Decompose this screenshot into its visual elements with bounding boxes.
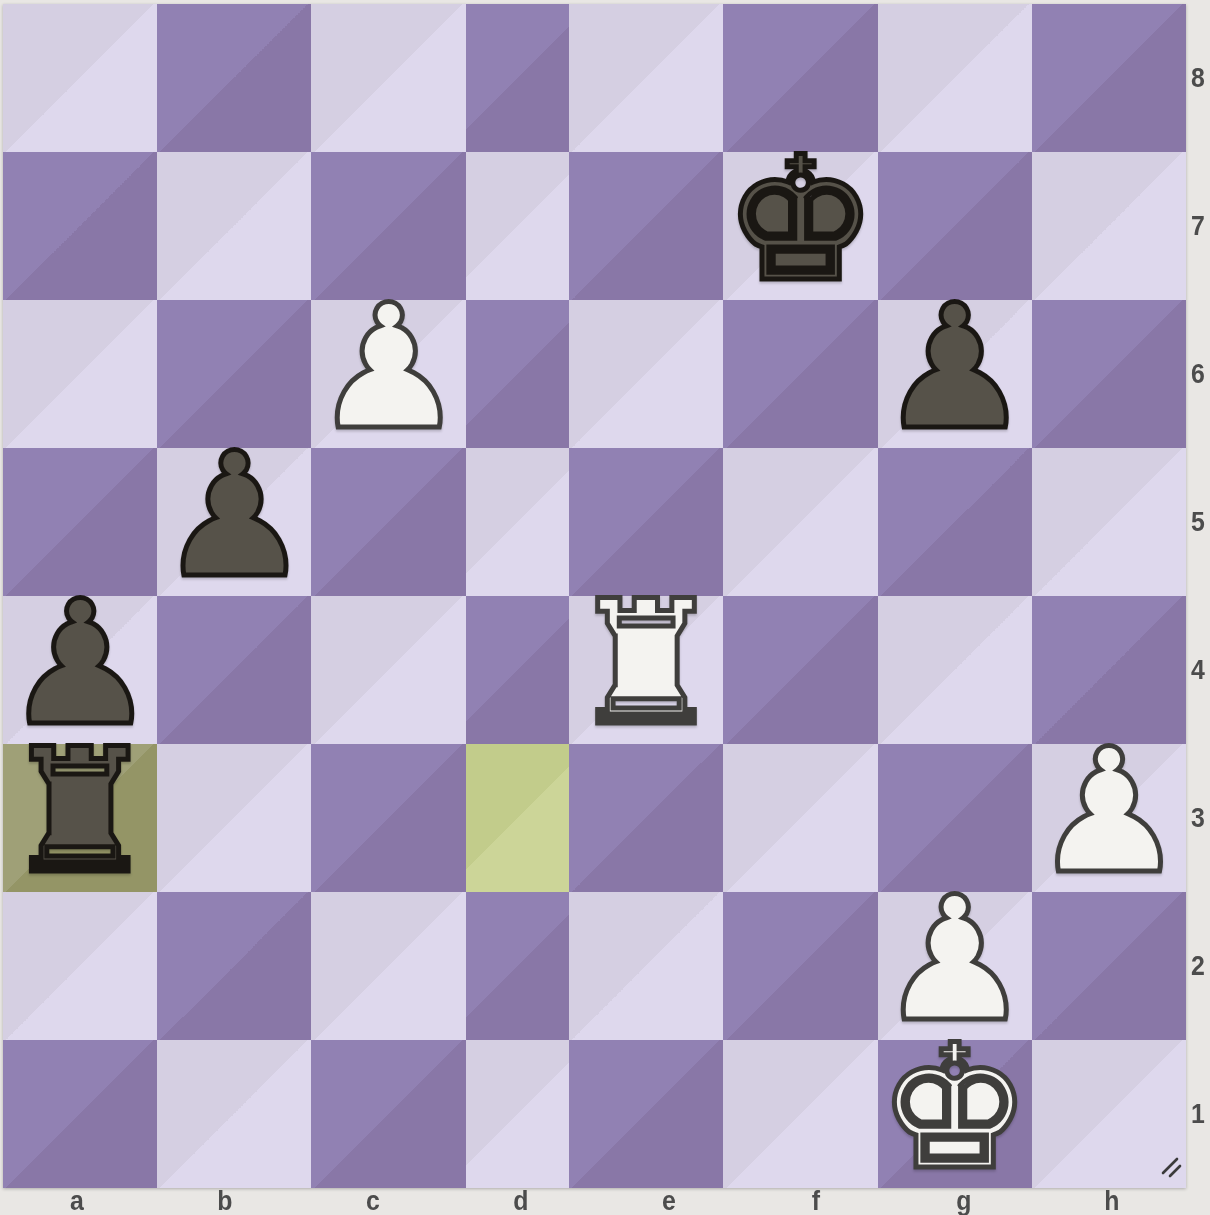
piece-white-pawn-c6[interactable]: ♟ — [311, 294, 465, 442]
square-d8[interactable] — [466, 4, 570, 152]
rank-label-2: 2 — [1187, 892, 1209, 1040]
square-g8[interactable] — [878, 4, 1032, 152]
square-h7[interactable] — [1032, 152, 1186, 300]
square-a2[interactable] — [3, 892, 157, 1040]
square-f1[interactable] — [723, 1040, 877, 1188]
square-b7[interactable] — [157, 152, 311, 300]
page: { "game": "chess", "position": { "fen": … — [0, 0, 1210, 1215]
square-c2[interactable] — [311, 892, 465, 1040]
square-h5[interactable] — [1032, 448, 1186, 596]
square-g4[interactable] — [878, 596, 1032, 744]
square-h2[interactable] — [1032, 892, 1186, 1040]
square-e4[interactable]: ♜ — [569, 596, 723, 744]
square-g6[interactable]: ♟ — [878, 300, 1032, 448]
square-e2[interactable] — [569, 892, 723, 1040]
square-a3[interactable]: ♜ — [3, 744, 157, 892]
square-c4[interactable] — [311, 596, 465, 744]
square-c8[interactable] — [311, 4, 465, 152]
square-e1[interactable] — [569, 1040, 723, 1188]
square-c6[interactable]: ♟ — [311, 300, 465, 448]
square-d1[interactable] — [466, 1040, 570, 1188]
piece-white-pawn-h3[interactable]: ♟ — [1032, 738, 1186, 886]
square-b2[interactable] — [157, 892, 311, 1040]
square-d7[interactable] — [466, 152, 570, 300]
square-f5[interactable] — [723, 448, 877, 596]
file-label-g: g — [896, 1188, 1032, 1215]
rank-label-4: 4 — [1187, 596, 1209, 744]
rank-label-7: 7 — [1187, 152, 1209, 300]
square-f7[interactable]: ♚ — [723, 152, 877, 300]
square-g5[interactable] — [878, 448, 1032, 596]
resize-handle-icon[interactable] — [1160, 1156, 1186, 1182]
piece-white-rook-e4[interactable]: ♜ — [569, 590, 723, 738]
file-label-c: c — [305, 1188, 441, 1215]
rank-label-3: 3 — [1187, 744, 1209, 892]
piece-black-pawn-g6[interactable]: ♟ — [878, 294, 1032, 442]
square-b8[interactable] — [157, 4, 311, 152]
square-c5[interactable] — [311, 448, 465, 596]
square-d4[interactable] — [466, 596, 570, 744]
square-e8[interactable] — [569, 4, 723, 152]
piece-black-pawn-b5[interactable]: ♟ — [157, 442, 311, 590]
piece-black-rook-a3[interactable]: ♜ — [3, 738, 157, 886]
square-g1[interactable]: ♚ — [878, 1040, 1032, 1188]
piece-white-king-g1[interactable]: ♚ — [878, 1034, 1032, 1182]
square-e3[interactable] — [569, 744, 723, 892]
file-label-f: f — [748, 1188, 884, 1215]
square-c1[interactable] — [311, 1040, 465, 1188]
square-h8[interactable] — [1032, 4, 1186, 152]
square-e6[interactable] — [569, 300, 723, 448]
file-coordinates: abcdefgh — [3, 1188, 1186, 1215]
chess-board: ♚♟♟♟♟♜♜♟♟♚ — [3, 4, 1186, 1188]
rank-label-1: 1 — [1187, 1040, 1209, 1188]
square-d2[interactable] — [466, 892, 570, 1040]
square-e7[interactable] — [569, 152, 723, 300]
rank-label-8: 8 — [1187, 4, 1209, 152]
file-label-d: d — [453, 1188, 589, 1215]
square-b3[interactable] — [157, 744, 311, 892]
square-a8[interactable] — [3, 4, 157, 152]
rank-label-6: 6 — [1187, 300, 1209, 448]
square-f2[interactable] — [723, 892, 877, 1040]
square-a6[interactable] — [3, 300, 157, 448]
rank-coordinates: 87654321 — [1186, 4, 1210, 1188]
square-f6[interactable] — [723, 300, 877, 448]
square-f4[interactable] — [723, 596, 877, 744]
square-h6[interactable] — [1032, 300, 1186, 448]
file-label-a: a — [9, 1188, 145, 1215]
square-a1[interactable] — [3, 1040, 157, 1188]
file-label-h: h — [1044, 1188, 1180, 1215]
piece-black-king-f7[interactable]: ♚ — [723, 146, 877, 294]
rank-label-5: 5 — [1187, 448, 1209, 596]
square-h3[interactable]: ♟ — [1032, 744, 1186, 892]
file-label-e: e — [600, 1188, 736, 1215]
square-a7[interactable] — [3, 152, 157, 300]
square-d5[interactable] — [466, 448, 570, 596]
square-b1[interactable] — [157, 1040, 311, 1188]
square-d3[interactable] — [466, 744, 570, 892]
square-d6[interactable] — [466, 300, 570, 448]
file-label-b: b — [157, 1188, 293, 1215]
square-f3[interactable] — [723, 744, 877, 892]
square-b4[interactable] — [157, 596, 311, 744]
square-b5[interactable]: ♟ — [157, 448, 311, 596]
square-c3[interactable] — [311, 744, 465, 892]
